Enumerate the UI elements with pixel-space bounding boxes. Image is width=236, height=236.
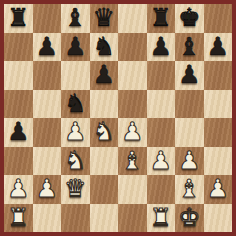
square-a3[interactable] bbox=[4, 147, 33, 176]
square-a6[interactable] bbox=[4, 61, 33, 90]
square-g2[interactable]: ♝ bbox=[175, 175, 204, 204]
square-f4[interactable] bbox=[147, 118, 176, 147]
square-b8[interactable] bbox=[33, 4, 62, 33]
square-f5[interactable] bbox=[147, 90, 176, 119]
square-a7[interactable] bbox=[4, 33, 33, 62]
square-b7[interactable]: ♟ bbox=[33, 33, 62, 62]
white-rook-piece[interactable]: ♜ bbox=[150, 204, 172, 233]
white-bishop-piece[interactable]: ♝ bbox=[178, 175, 200, 204]
white-knight-piece[interactable]: ♞ bbox=[93, 118, 115, 147]
black-knight-piece[interactable]: ♞ bbox=[93, 33, 115, 62]
square-d2[interactable] bbox=[90, 175, 119, 204]
square-a5[interactable] bbox=[4, 90, 33, 119]
square-g7[interactable]: ♝ bbox=[175, 33, 204, 62]
square-e8[interactable] bbox=[118, 4, 147, 33]
square-c2[interactable]: ♛ bbox=[61, 175, 90, 204]
square-h5[interactable] bbox=[204, 90, 233, 119]
black-pawn-piece[interactable]: ♟ bbox=[36, 33, 58, 62]
square-b5[interactable] bbox=[33, 90, 62, 119]
square-b2[interactable]: ♟ bbox=[33, 175, 62, 204]
square-f3[interactable]: ♟ bbox=[147, 147, 176, 176]
square-c4[interactable]: ♟ bbox=[61, 118, 90, 147]
black-queen-piece[interactable]: ♛ bbox=[93, 4, 115, 33]
square-d5[interactable] bbox=[90, 90, 119, 119]
square-d3[interactable] bbox=[90, 147, 119, 176]
square-d1[interactable] bbox=[90, 204, 119, 233]
white-pawn-piece[interactable]: ♟ bbox=[207, 175, 229, 204]
square-f8[interactable]: ♜ bbox=[147, 4, 176, 33]
square-e7[interactable] bbox=[118, 33, 147, 62]
black-pawn-piece[interactable]: ♟ bbox=[150, 33, 172, 62]
square-f1[interactable]: ♜ bbox=[147, 204, 176, 233]
square-h1[interactable] bbox=[204, 204, 233, 233]
square-e2[interactable] bbox=[118, 175, 147, 204]
square-e6[interactable] bbox=[118, 61, 147, 90]
square-g6[interactable]: ♟ bbox=[175, 61, 204, 90]
square-h4[interactable] bbox=[204, 118, 233, 147]
square-d8[interactable]: ♛ bbox=[90, 4, 119, 33]
square-d7[interactable]: ♞ bbox=[90, 33, 119, 62]
chess-board: ♜♝♛♜♚♟♟♞♟♝♟♟♟♞♟♟♞♟♞♝♟♟♟♟♛♝♟♜♜♚ bbox=[0, 0, 236, 236]
square-h7[interactable]: ♟ bbox=[204, 33, 233, 62]
black-pawn-piece[interactable]: ♟ bbox=[7, 118, 29, 147]
square-c6[interactable] bbox=[61, 61, 90, 90]
black-knight-piece[interactable]: ♞ bbox=[64, 90, 86, 119]
square-c3[interactable]: ♞ bbox=[61, 147, 90, 176]
square-b1[interactable] bbox=[33, 204, 62, 233]
square-f7[interactable]: ♟ bbox=[147, 33, 176, 62]
white-pawn-piece[interactable]: ♟ bbox=[64, 118, 86, 147]
black-pawn-piece[interactable]: ♟ bbox=[178, 61, 200, 90]
square-a2[interactable]: ♟ bbox=[4, 175, 33, 204]
white-pawn-piece[interactable]: ♟ bbox=[178, 147, 200, 176]
square-h6[interactable] bbox=[204, 61, 233, 90]
square-a4[interactable]: ♟ bbox=[4, 118, 33, 147]
square-e3[interactable]: ♝ bbox=[118, 147, 147, 176]
square-g3[interactable]: ♟ bbox=[175, 147, 204, 176]
white-king-piece[interactable]: ♚ bbox=[178, 204, 200, 233]
square-a1[interactable]: ♜ bbox=[4, 204, 33, 233]
square-a8[interactable]: ♜ bbox=[4, 4, 33, 33]
square-g5[interactable] bbox=[175, 90, 204, 119]
square-b4[interactable] bbox=[33, 118, 62, 147]
square-e5[interactable] bbox=[118, 90, 147, 119]
white-knight-piece[interactable]: ♞ bbox=[64, 147, 86, 176]
square-e4[interactable]: ♟ bbox=[118, 118, 147, 147]
square-h8[interactable] bbox=[204, 4, 233, 33]
square-e1[interactable] bbox=[118, 204, 147, 233]
square-c7[interactable]: ♟ bbox=[61, 33, 90, 62]
square-f6[interactable] bbox=[147, 61, 176, 90]
square-g8[interactable]: ♚ bbox=[175, 4, 204, 33]
white-pawn-piece[interactable]: ♟ bbox=[7, 175, 29, 204]
black-pawn-piece[interactable]: ♟ bbox=[207, 33, 229, 62]
black-pawn-piece[interactable]: ♟ bbox=[93, 61, 115, 90]
square-b3[interactable] bbox=[33, 147, 62, 176]
square-g4[interactable] bbox=[175, 118, 204, 147]
square-b6[interactable] bbox=[33, 61, 62, 90]
white-pawn-piece[interactable]: ♟ bbox=[121, 118, 143, 147]
square-h2[interactable]: ♟ bbox=[204, 175, 233, 204]
chess-board-grid: ♜♝♛♜♚♟♟♞♟♝♟♟♟♞♟♟♞♟♞♝♟♟♟♟♛♝♟♜♜♚ bbox=[4, 4, 232, 232]
black-pawn-piece[interactable]: ♟ bbox=[64, 33, 86, 62]
black-king-piece[interactable]: ♚ bbox=[178, 4, 200, 33]
white-queen-piece[interactable]: ♛ bbox=[64, 175, 86, 204]
square-c5[interactable]: ♞ bbox=[61, 90, 90, 119]
square-d4[interactable]: ♞ bbox=[90, 118, 119, 147]
square-f2[interactable] bbox=[147, 175, 176, 204]
white-pawn-piece[interactable]: ♟ bbox=[36, 175, 58, 204]
square-c1[interactable] bbox=[61, 204, 90, 233]
square-c8[interactable]: ♝ bbox=[61, 4, 90, 33]
square-d6[interactable]: ♟ bbox=[90, 61, 119, 90]
square-h3[interactable] bbox=[204, 147, 233, 176]
white-bishop-piece[interactable]: ♝ bbox=[121, 147, 143, 176]
square-g1[interactable]: ♚ bbox=[175, 204, 204, 233]
black-rook-piece[interactable]: ♜ bbox=[150, 4, 172, 33]
white-rook-piece[interactable]: ♜ bbox=[7, 204, 29, 233]
black-bishop-piece[interactable]: ♝ bbox=[64, 4, 86, 33]
white-pawn-piece[interactable]: ♟ bbox=[150, 147, 172, 176]
black-rook-piece[interactable]: ♜ bbox=[7, 4, 29, 33]
black-bishop-piece[interactable]: ♝ bbox=[178, 33, 200, 62]
